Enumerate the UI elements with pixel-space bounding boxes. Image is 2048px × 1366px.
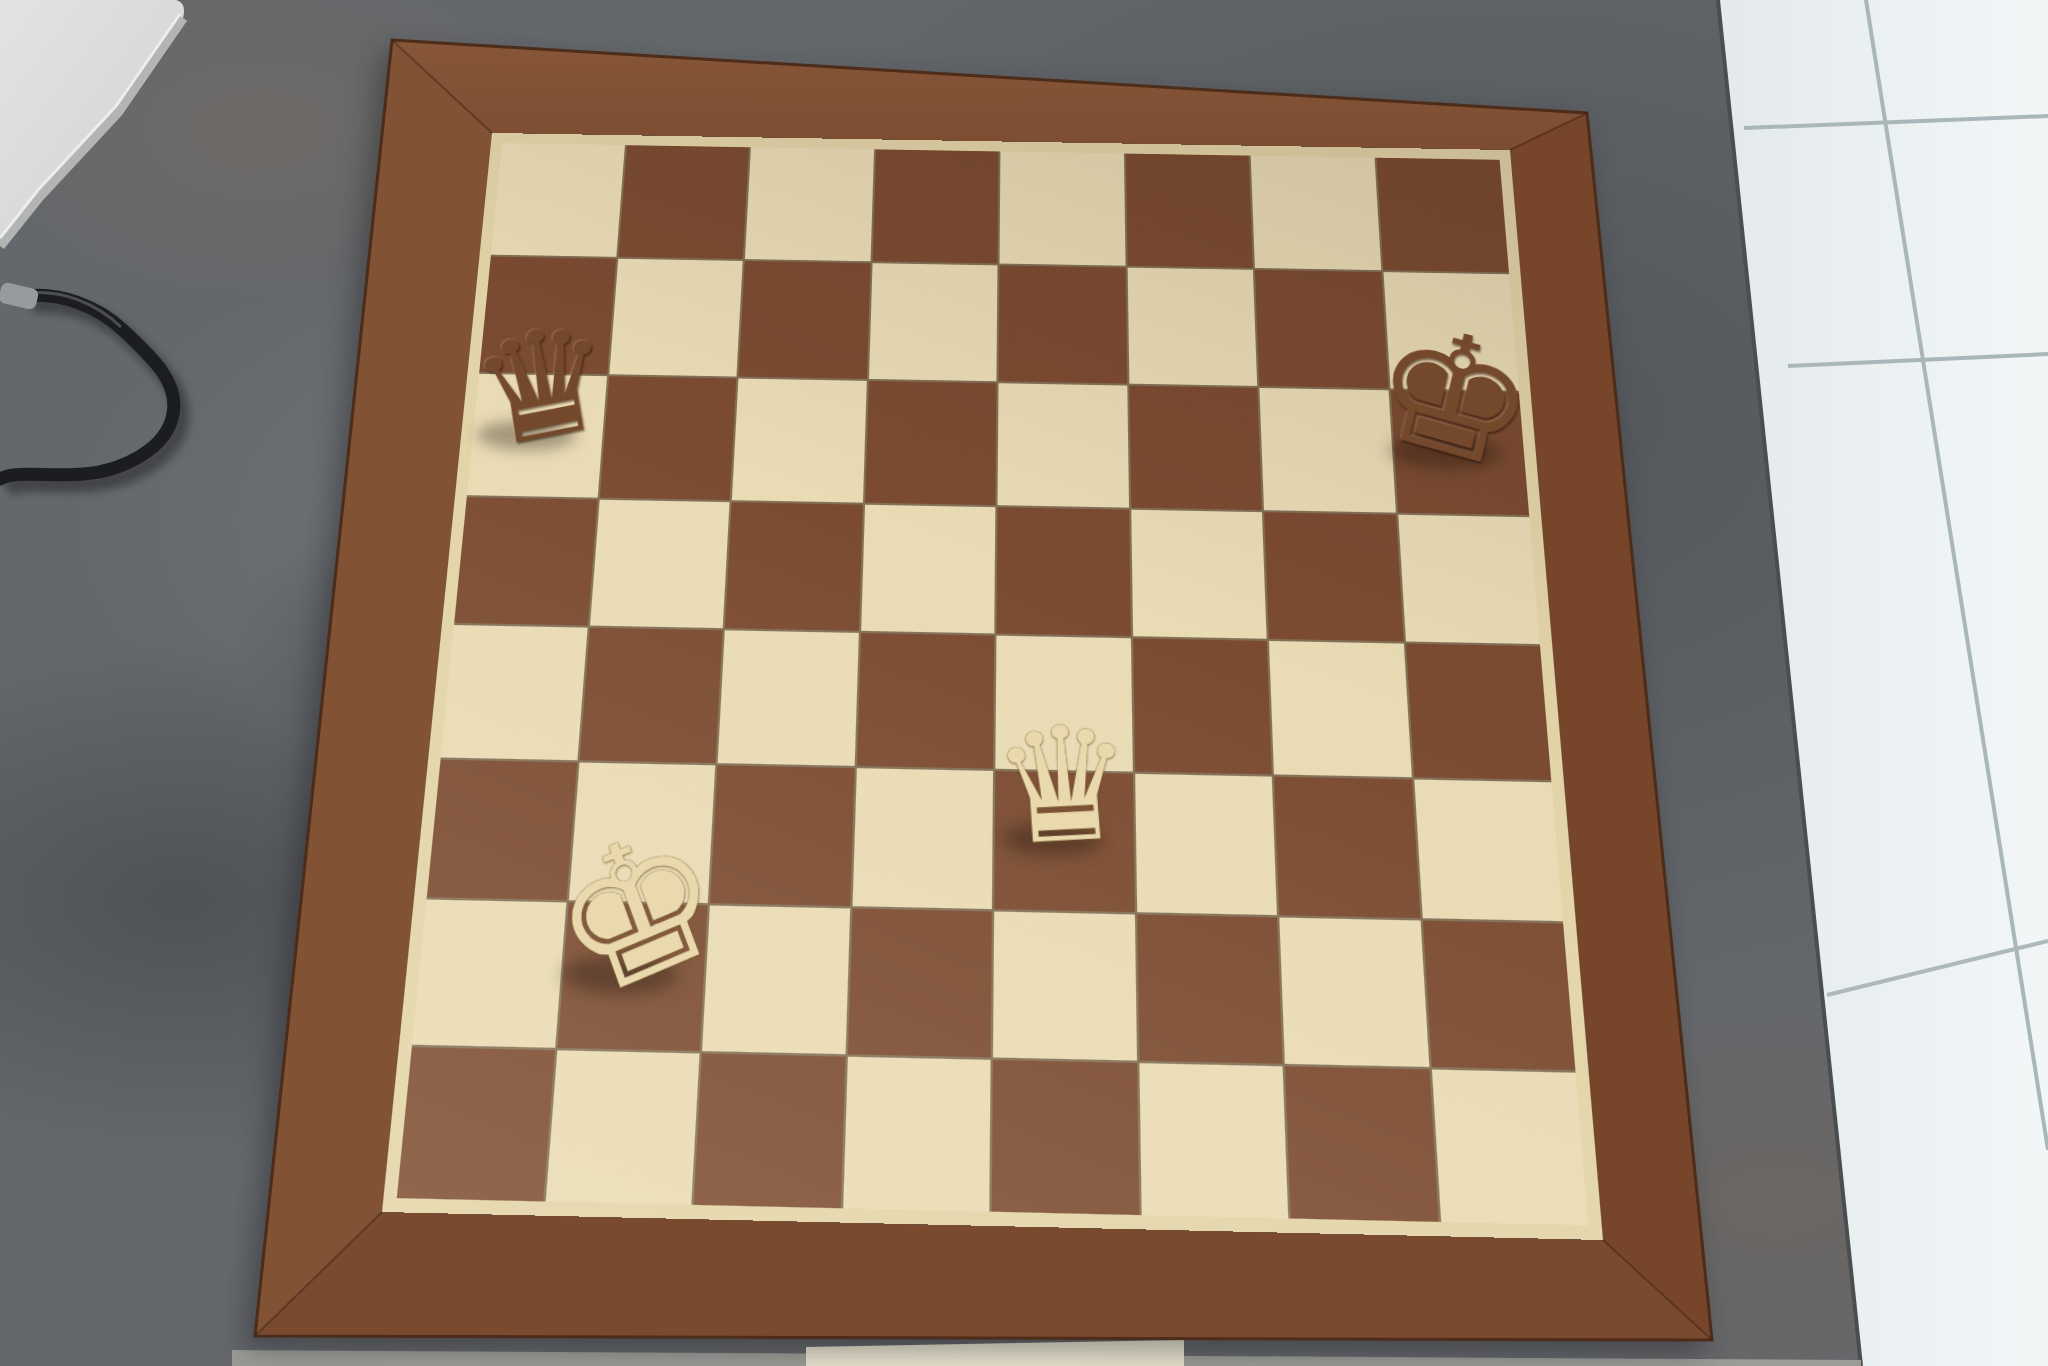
cream-object-bottom	[806, 1340, 1184, 1366]
playing-area: ♛♚♛♚	[382, 133, 1603, 1240]
black-king-glyph: ♚	[1355, 295, 1551, 498]
usb-cable	[0, 281, 181, 488]
tile-floor	[1718, 0, 2048, 1366]
black-queen-glyph: ♛	[462, 300, 626, 472]
photo-overhead-chessboard: { "game": "chess", "scene": { "descripti…	[0, 0, 2048, 1366]
pieces-layer: ♛♚♛♚	[382, 133, 1603, 1240]
laptop	[0, 0, 184, 246]
white-queen-glyph: ♛	[988, 704, 1142, 869]
white-king-glyph: ♚	[529, 793, 749, 1032]
cable-connector	[0, 281, 39, 310]
